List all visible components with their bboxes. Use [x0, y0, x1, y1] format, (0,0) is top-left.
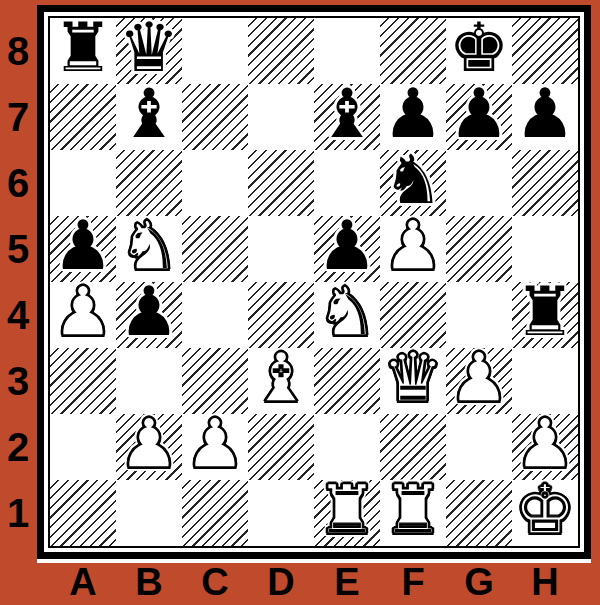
square-g5[interactable]	[446, 216, 512, 282]
white-knight: ♞	[119, 212, 180, 280]
black-pawn: ♟	[53, 212, 114, 280]
square-d3[interactable]: ♝	[248, 348, 314, 414]
square-g6[interactable]	[446, 150, 512, 216]
rank-label-5: 5	[0, 216, 36, 282]
white-pawn: ♟	[449, 344, 510, 412]
rank-label-1: 1	[0, 480, 36, 546]
square-b1[interactable]	[116, 480, 182, 546]
square-e7[interactable]: ♝	[314, 84, 380, 150]
square-a4[interactable]: ♟	[50, 282, 116, 348]
square-f1[interactable]: ♜	[380, 480, 446, 546]
square-d1[interactable]	[248, 480, 314, 546]
square-c4[interactable]	[182, 282, 248, 348]
rank-label-4: 4	[0, 282, 36, 348]
square-h4[interactable]: ♜	[512, 282, 578, 348]
white-pawn: ♟	[383, 212, 444, 280]
rank-label-6: 6	[0, 150, 36, 216]
file-label-b: B	[116, 559, 182, 605]
board-inner: ♜♛♚♝♝♟♟♟♞♟♞♟♟♟♟♞♜♝♛♟♟♟♟♜♜♚	[48, 16, 580, 548]
square-a3[interactable]	[50, 348, 116, 414]
square-b4[interactable]: ♟	[116, 282, 182, 348]
rank-label-8: 8	[0, 18, 36, 84]
square-e4[interactable]: ♞	[314, 282, 380, 348]
square-g7[interactable]: ♟	[446, 84, 512, 150]
square-e1[interactable]: ♜	[314, 480, 380, 546]
square-c7[interactable]	[182, 84, 248, 150]
black-rook: ♜	[53, 14, 114, 82]
black-knight: ♞	[383, 146, 444, 214]
square-f5[interactable]: ♟	[380, 216, 446, 282]
file-label-c: C	[182, 559, 248, 605]
white-bishop: ♝	[251, 344, 312, 412]
file-label-e: E	[314, 559, 380, 605]
square-g3[interactable]: ♟	[446, 348, 512, 414]
square-d5[interactable]	[248, 216, 314, 282]
black-bishop: ♝	[317, 80, 378, 148]
chess-diagram: 87654321 ♜♛♚♝♝♟♟♟♞♟♞♟♟♟♟♞♜♝♛♟♟♟♟♜♜♚ ABCD…	[0, 0, 600, 605]
square-e3[interactable]	[314, 348, 380, 414]
white-pawn: ♟	[119, 410, 180, 478]
white-king: ♚	[515, 476, 576, 544]
white-rook: ♜	[317, 476, 378, 544]
black-pawn: ♟	[449, 80, 510, 148]
file-label-h: H	[512, 559, 578, 605]
black-pawn: ♟	[119, 278, 180, 346]
square-c6[interactable]	[182, 150, 248, 216]
square-h7[interactable]: ♟	[512, 84, 578, 150]
square-a2[interactable]	[50, 414, 116, 480]
square-h6[interactable]	[512, 150, 578, 216]
square-c8[interactable]	[182, 18, 248, 84]
file-label-g: G	[446, 559, 512, 605]
black-pawn: ♟	[317, 212, 378, 280]
black-rook: ♜	[515, 278, 576, 346]
square-a8[interactable]: ♜	[50, 18, 116, 84]
square-a1[interactable]	[50, 480, 116, 546]
square-g2[interactable]	[446, 414, 512, 480]
black-queen: ♛	[119, 14, 180, 82]
square-h1[interactable]: ♚	[512, 480, 578, 546]
square-d7[interactable]	[248, 84, 314, 150]
square-d6[interactable]	[248, 150, 314, 216]
rank-label-3: 3	[0, 348, 36, 414]
file-label-d: D	[248, 559, 314, 605]
board-frame: ♜♛♚♝♝♟♟♟♞♟♞♟♟♟♟♞♜♝♛♟♟♟♟♜♜♚	[37, 5, 591, 559]
square-c1[interactable]	[182, 480, 248, 546]
square-b2[interactable]: ♟	[116, 414, 182, 480]
white-knight: ♞	[317, 278, 378, 346]
square-g1[interactable]	[446, 480, 512, 546]
square-c2[interactable]: ♟	[182, 414, 248, 480]
chess-board: ♜♛♚♝♝♟♟♟♞♟♞♟♟♟♟♞♜♝♛♟♟♟♟♜♜♚	[50, 18, 578, 546]
square-a7[interactable]	[50, 84, 116, 150]
rank-labels: 87654321	[0, 18, 36, 546]
rank-label-7: 7	[0, 84, 36, 150]
white-pawn: ♟	[53, 278, 114, 346]
white-pawn: ♟	[185, 410, 246, 478]
black-pawn: ♟	[383, 80, 444, 148]
file-label-a: A	[50, 559, 116, 605]
square-f3[interactable]: ♛	[380, 348, 446, 414]
black-pawn: ♟	[515, 80, 576, 148]
black-king: ♚	[449, 14, 510, 82]
file-labels: ABCDEFGH	[50, 559, 578, 605]
file-label-f: F	[380, 559, 446, 605]
white-queen: ♛	[383, 344, 444, 412]
black-bishop: ♝	[119, 80, 180, 148]
white-pawn: ♟	[515, 410, 576, 478]
square-d2[interactable]	[248, 414, 314, 480]
square-d8[interactable]	[248, 18, 314, 84]
white-rook: ♜	[383, 476, 444, 544]
square-c5[interactable]	[182, 216, 248, 282]
square-b7[interactable]: ♝	[116, 84, 182, 150]
rank-label-2: 2	[0, 414, 36, 480]
